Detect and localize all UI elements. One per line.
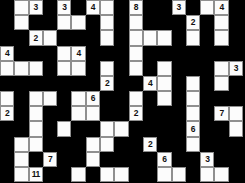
puzzle-cell[interactable] — [100, 61, 114, 76]
black-cell — [0, 137, 14, 152]
cell-number: 6 — [91, 94, 95, 103]
black-cell — [57, 30, 71, 45]
black-cell — [114, 61, 128, 76]
black-cell — [214, 121, 228, 136]
black-cell — [29, 46, 43, 61]
black-cell — [172, 91, 186, 106]
black-cell — [172, 106, 186, 121]
puzzle-cell[interactable] — [14, 152, 28, 167]
black-cell — [57, 76, 71, 91]
black-cell — [229, 137, 243, 152]
puzzle-cell[interactable] — [100, 167, 114, 182]
puzzle-screen: 334834224432462276276311 — [0, 0, 245, 183]
black-cell — [172, 30, 186, 45]
black-cell — [200, 106, 214, 121]
puzzle-cell[interactable]: 3 — [200, 152, 214, 167]
puzzle-cell[interactable] — [129, 61, 143, 76]
black-cell — [186, 167, 200, 182]
puzzle-cell[interactable] — [186, 30, 200, 45]
black-cell — [14, 76, 28, 91]
cell-number: 3 — [205, 155, 209, 164]
black-cell — [186, 46, 200, 61]
cell-number: 6 — [191, 125, 195, 134]
puzzle-cell[interactable] — [100, 137, 114, 152]
black-cell — [129, 137, 143, 152]
puzzle-cell[interactable]: 3 — [29, 0, 43, 15]
black-cell — [172, 76, 186, 91]
black-cell — [14, 46, 28, 61]
puzzle-cell[interactable]: 4 — [214, 0, 228, 15]
black-cell — [200, 61, 214, 76]
black-cell — [100, 152, 114, 167]
black-cell — [114, 0, 128, 15]
black-cell — [214, 46, 228, 61]
black-cell — [114, 137, 128, 152]
black-cell — [186, 61, 200, 76]
black-cell — [157, 121, 171, 136]
puzzle-cell[interactable] — [0, 91, 14, 106]
puzzle-cell[interactable]: 2 — [129, 106, 143, 121]
black-cell — [114, 152, 128, 167]
puzzle-cell[interactable] — [229, 121, 243, 136]
puzzle-cell[interactable] — [129, 30, 143, 45]
black-cell — [0, 15, 14, 30]
black-cell — [229, 91, 243, 106]
black-cell — [200, 76, 214, 91]
puzzle-cell[interactable] — [157, 30, 171, 45]
black-cell — [172, 137, 186, 152]
puzzle-cell[interactable]: 2 — [186, 15, 200, 30]
black-cell — [229, 46, 243, 61]
puzzle-cell[interactable] — [200, 167, 214, 182]
black-cell — [129, 76, 143, 91]
cell-number: 4 — [148, 79, 152, 88]
puzzle-cell[interactable] — [114, 167, 128, 182]
puzzle-cell[interactable] — [71, 61, 85, 76]
black-cell — [143, 106, 157, 121]
cell-number: 8 — [134, 3, 138, 12]
black-cell — [43, 15, 57, 30]
black-cell — [214, 152, 228, 167]
puzzle-cell[interactable] — [143, 30, 157, 45]
cell-number: 4 — [91, 3, 95, 12]
black-cell — [29, 152, 43, 167]
puzzle-cell[interactable]: 8 — [129, 0, 143, 15]
puzzle-cell[interactable] — [214, 30, 228, 45]
black-cell — [0, 0, 14, 15]
black-cell — [172, 61, 186, 76]
black-cell — [71, 30, 85, 45]
black-cell — [100, 46, 114, 61]
cell-number: 11 — [32, 170, 40, 179]
black-cell — [143, 91, 157, 106]
black-cell — [43, 76, 57, 91]
black-cell — [0, 76, 14, 91]
black-cell — [172, 121, 186, 136]
black-cell — [57, 137, 71, 152]
puzzle-cell[interactable]: 7 — [214, 106, 228, 121]
puzzle-cell[interactable] — [57, 46, 71, 61]
black-cell — [157, 15, 171, 30]
black-cell — [114, 15, 128, 30]
black-cell — [214, 137, 228, 152]
puzzle-cell[interactable] — [86, 106, 100, 121]
black-cell — [86, 61, 100, 76]
puzzle-cell[interactable]: 2 — [29, 30, 43, 45]
black-cell — [186, 152, 200, 167]
puzzle-cell[interactable] — [29, 91, 43, 106]
black-cell — [229, 15, 243, 30]
cell-number: 6 — [162, 155, 166, 164]
black-cell — [200, 137, 214, 152]
cell-number: 2 — [34, 34, 38, 43]
black-cell — [143, 61, 157, 76]
black-cell — [229, 0, 243, 15]
puzzle-cell[interactable] — [214, 61, 228, 76]
black-cell — [186, 0, 200, 15]
black-cell — [143, 167, 157, 182]
cell-number: 2 — [5, 109, 9, 118]
black-cell — [100, 91, 114, 106]
puzzle-cell[interactable] — [186, 106, 200, 121]
puzzle-cell[interactable] — [157, 76, 171, 91]
puzzle-cell[interactable] — [214, 167, 228, 182]
puzzle-cell[interactable] — [129, 15, 143, 30]
puzzle-cell[interactable] — [129, 91, 143, 106]
puzzle-cell[interactable] — [43, 91, 57, 106]
black-cell — [172, 152, 186, 167]
puzzle-cell[interactable] — [86, 137, 100, 152]
black-cell — [229, 30, 243, 45]
puzzle-cell[interactable]: 11 — [29, 167, 43, 182]
black-cell — [86, 15, 100, 30]
black-cell — [71, 0, 85, 15]
black-cell — [229, 152, 243, 167]
black-cell — [114, 30, 128, 45]
puzzle-cell[interactable] — [186, 137, 200, 152]
puzzle-cell[interactable]: 6 — [186, 121, 200, 136]
black-cell — [71, 76, 85, 91]
black-cell — [143, 121, 157, 136]
black-cell — [229, 76, 243, 91]
black-cell — [200, 91, 214, 106]
black-cell — [14, 106, 28, 121]
black-cell — [43, 167, 57, 182]
black-cell — [86, 76, 100, 91]
cell-number: 4 — [219, 3, 223, 12]
black-cell — [172, 15, 186, 30]
black-cell — [129, 152, 143, 167]
black-cell — [43, 106, 57, 121]
black-cell — [0, 152, 14, 167]
puzzle-cell[interactable] — [229, 106, 243, 121]
cell-number: 3 — [177, 3, 181, 12]
black-cell — [57, 152, 71, 167]
black-cell — [172, 46, 186, 61]
puzzle-cell[interactable] — [71, 91, 85, 106]
black-cell — [143, 0, 157, 15]
puzzle-cell[interactable] — [57, 121, 71, 136]
puzzle-cell[interactable]: 3 — [57, 0, 71, 15]
black-cell — [43, 61, 57, 76]
cell-number: 3 — [62, 3, 66, 12]
puzzle-cell[interactable] — [71, 15, 85, 30]
black-cell — [129, 167, 143, 182]
puzzle-cell[interactable]: 2 — [100, 76, 114, 91]
puzzle-cell[interactable] — [43, 30, 57, 45]
black-cell — [57, 106, 71, 121]
black-cell — [0, 167, 14, 182]
cell-number: 4 — [5, 49, 9, 58]
black-cell — [200, 46, 214, 61]
black-cell — [229, 167, 243, 182]
puzzle-cell[interactable] — [29, 137, 43, 152]
black-cell — [114, 46, 128, 61]
puzzle-cell[interactable] — [157, 91, 171, 106]
cell-number: 7 — [48, 155, 52, 164]
black-cell — [43, 137, 57, 152]
puzzle-cell[interactable] — [157, 61, 171, 76]
puzzle-cell[interactable] — [172, 167, 186, 182]
black-cell — [86, 121, 100, 136]
cell-number: 7 — [219, 109, 223, 118]
puzzle-cell[interactable] — [0, 61, 14, 76]
black-cell — [57, 167, 71, 182]
black-cell — [43, 121, 57, 136]
puzzle-cell[interactable] — [14, 137, 28, 152]
black-cell — [114, 76, 128, 91]
puzzle-cell[interactable] — [186, 91, 200, 106]
black-cell — [114, 91, 128, 106]
black-cell — [43, 0, 57, 15]
black-cell — [157, 0, 171, 15]
puzzle-cell[interactable] — [157, 167, 171, 182]
puzzle-cell[interactable] — [100, 30, 114, 45]
puzzle-cell[interactable] — [100, 121, 114, 136]
puzzle-cell[interactable]: 6 — [86, 91, 100, 106]
puzzle-cell[interactable] — [57, 15, 71, 30]
puzzle-cell[interactable] — [14, 15, 28, 30]
black-cell — [14, 30, 28, 45]
puzzle-cell[interactable] — [71, 106, 85, 121]
puzzle-cell[interactable]: 4 — [0, 46, 14, 61]
puzzle-cell[interactable]: 4 — [86, 0, 100, 15]
puzzle-cell[interactable] — [57, 61, 71, 76]
black-cell — [86, 167, 100, 182]
black-cell — [143, 15, 157, 30]
puzzle-cell[interactable] — [86, 152, 100, 167]
cell-number: 2 — [148, 140, 152, 149]
puzzle-cell[interactable] — [100, 15, 114, 30]
puzzle-cell[interactable] — [14, 61, 28, 76]
puzzle-cell[interactable]: 3 — [172, 0, 186, 15]
puzzle-cell[interactable] — [14, 0, 28, 15]
black-cell — [14, 91, 28, 106]
black-cell — [0, 121, 14, 136]
black-cell — [200, 15, 214, 30]
puzzle-cell[interactable]: 4 — [71, 46, 85, 61]
black-cell — [71, 121, 85, 136]
black-cell — [0, 30, 14, 45]
black-cell — [29, 15, 43, 30]
cell-number: 2 — [191, 18, 195, 27]
puzzle-cell[interactable] — [200, 0, 214, 15]
puzzle-cell[interactable] — [114, 121, 128, 136]
black-cell — [100, 106, 114, 121]
black-cell — [157, 46, 171, 61]
puzzle-cell[interactable]: 2 — [143, 137, 157, 152]
puzzle-cell[interactable] — [186, 76, 200, 91]
puzzle-cell[interactable] — [29, 121, 43, 136]
puzzle-cell[interactable]: 3 — [229, 61, 243, 76]
puzzle-cell[interactable]: 6 — [157, 152, 171, 167]
black-cell — [86, 30, 100, 45]
cell-number: 3 — [234, 64, 238, 73]
puzzle-cell[interactable] — [29, 61, 43, 76]
black-cell — [157, 106, 171, 121]
black-cell — [43, 46, 57, 61]
black-cell — [143, 152, 157, 167]
black-cell — [129, 121, 143, 136]
puzzle-cell[interactable] — [129, 46, 143, 61]
black-cell — [143, 46, 157, 61]
puzzle-cell[interactable]: 2 — [0, 106, 14, 121]
black-cell — [157, 137, 171, 152]
puzzle-cell[interactable] — [71, 167, 85, 182]
cell-number: 2 — [134, 109, 138, 118]
black-cell — [200, 121, 214, 136]
puzzle-cell[interactable] — [14, 167, 28, 182]
black-cell — [71, 152, 85, 167]
black-cell — [86, 46, 100, 61]
puzzle-cell[interactable] — [29, 106, 43, 121]
black-cell — [214, 91, 228, 106]
cell-number: 4 — [76, 49, 80, 58]
black-cell — [57, 91, 71, 106]
black-cell — [29, 76, 43, 91]
puzzle-cell[interactable] — [214, 76, 228, 91]
black-cell — [14, 121, 28, 136]
black-cell — [71, 137, 85, 152]
puzzle-cell[interactable]: 4 — [143, 76, 157, 91]
puzzle-board: 334834224432462276276311 — [0, 0, 243, 182]
black-cell — [200, 30, 214, 45]
cell-number: 3 — [34, 3, 38, 12]
puzzle-cell[interactable]: 7 — [43, 152, 57, 167]
puzzle-cell[interactable] — [214, 15, 228, 30]
black-cell — [114, 106, 128, 121]
cell-number: 2 — [105, 79, 109, 88]
puzzle-cell[interactable] — [100, 0, 114, 15]
